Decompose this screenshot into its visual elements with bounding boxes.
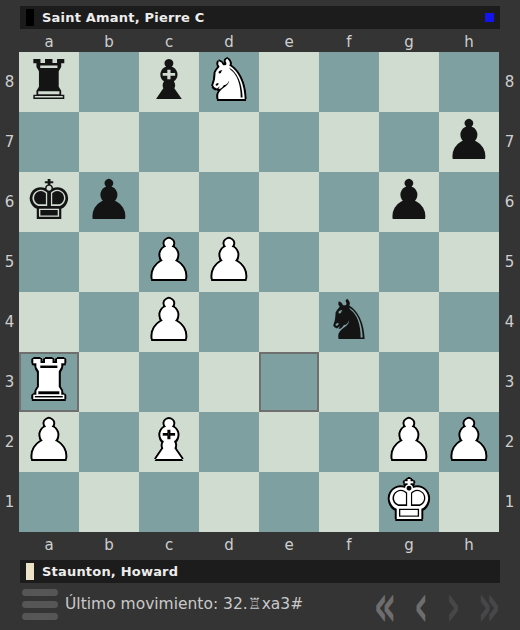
rank-label-5: 5 — [0, 232, 19, 292]
square-b6[interactable]: ♟ — [79, 172, 139, 232]
rank-label-1: 1 — [0, 472, 19, 532]
rank-label-4: 4 — [499, 292, 520, 352]
square-g5[interactable] — [379, 232, 439, 292]
square-a2[interactable]: ♟ — [19, 412, 79, 472]
black-pawn[interactable]: ♟ — [384, 170, 433, 230]
rank-label-2: 2 — [0, 412, 19, 472]
square-f6[interactable] — [319, 172, 379, 232]
file-label-h: h — [439, 534, 499, 556]
square-a4[interactable] — [19, 292, 79, 352]
square-f2[interactable] — [319, 412, 379, 472]
square-g3[interactable] — [379, 352, 439, 412]
board: ♜♝♞♟♚♟♟♟♟♟♞♜♟♝♟♟♚ — [19, 52, 499, 532]
square-a5[interactable] — [19, 232, 79, 292]
rank-label-2: 2 — [499, 412, 520, 472]
nav-previous-move-button[interactable]: ‹ — [409, 573, 432, 630]
file-labels-top: abcdefgh — [19, 31, 499, 53]
white-king[interactable]: ♚ — [384, 470, 433, 530]
top-player-name: Saint Amant, Pierre C — [42, 10, 205, 25]
white-pawn[interactable]: ♟ — [24, 410, 73, 470]
rank-label-8: 8 — [499, 52, 520, 112]
file-label-g: g — [379, 31, 439, 53]
file-label-a: a — [19, 534, 79, 556]
square-b8[interactable] — [79, 52, 139, 112]
hamburger-menu-icon[interactable] — [22, 589, 58, 620]
rank-label-3: 3 — [499, 352, 520, 412]
status-bar: Último movimiento: 32.♖xa3# «‹›» — [0, 584, 520, 626]
white-bishop[interactable]: ♝ — [144, 410, 193, 470]
rank-label-4: 4 — [0, 292, 19, 352]
square-e7[interactable] — [259, 112, 319, 172]
square-e5[interactable] — [259, 232, 319, 292]
square-c1[interactable] — [139, 472, 199, 532]
black-knight[interactable]: ♞ — [324, 290, 373, 350]
square-d4[interactable] — [199, 292, 259, 352]
nav-last-move-button[interactable]: » — [473, 573, 504, 630]
square-b2[interactable] — [79, 412, 139, 472]
square-e1[interactable] — [259, 472, 319, 532]
white-pawn[interactable]: ♟ — [144, 290, 193, 350]
square-h8[interactable] — [439, 52, 499, 112]
file-label-e: e — [259, 534, 319, 556]
square-c3[interactable] — [139, 352, 199, 412]
square-d7[interactable] — [199, 112, 259, 172]
square-b4[interactable] — [79, 292, 139, 352]
square-d1[interactable] — [199, 472, 259, 532]
nav-first-move-button[interactable]: « — [369, 573, 400, 630]
rank-label-5: 5 — [499, 232, 520, 292]
nav-next-move-button[interactable]: › — [441, 573, 464, 630]
black-color-indicator — [26, 9, 34, 26]
chess-app: Saint Amant, Pierre C abcdefgh 87654321 … — [0, 0, 520, 630]
file-label-g: g — [379, 534, 439, 556]
white-pawn[interactable]: ♟ — [144, 230, 193, 290]
square-b1[interactable] — [79, 472, 139, 532]
move-navigation: «‹›» — [370, 584, 504, 624]
file-label-d: d — [199, 534, 259, 556]
square-a1[interactable] — [19, 472, 79, 532]
square-c2[interactable]: ♝ — [139, 412, 199, 472]
rank-label-1: 1 — [499, 472, 520, 532]
square-g8[interactable] — [379, 52, 439, 112]
square-g6[interactable]: ♟ — [379, 172, 439, 232]
square-h4[interactable] — [439, 292, 499, 352]
square-h3[interactable] — [439, 352, 499, 412]
square-b3[interactable] — [79, 352, 139, 412]
square-d2[interactable] — [199, 412, 259, 472]
file-label-f: f — [319, 534, 379, 556]
black-bishop[interactable]: ♝ — [144, 50, 193, 110]
rank-label-7: 7 — [499, 112, 520, 172]
square-a7[interactable] — [19, 112, 79, 172]
file-label-e: e — [259, 31, 319, 53]
black-king[interactable]: ♚ — [24, 170, 73, 230]
square-g1[interactable]: ♚ — [379, 472, 439, 532]
square-g2[interactable]: ♟ — [379, 412, 439, 472]
file-label-f: f — [319, 31, 379, 53]
square-c7[interactable] — [139, 112, 199, 172]
square-f4[interactable]: ♞ — [319, 292, 379, 352]
file-label-b: b — [79, 534, 139, 556]
square-f8[interactable] — [319, 52, 379, 112]
rank-labels-left: 87654321 — [0, 52, 19, 532]
black-pawn[interactable]: ♟ — [444, 110, 493, 170]
square-a8[interactable]: ♜ — [19, 52, 79, 112]
file-labels-bottom: abcdefgh — [19, 534, 499, 556]
white-pawn[interactable]: ♟ — [444, 410, 493, 470]
square-f7[interactable] — [319, 112, 379, 172]
rank-label-6: 6 — [0, 172, 19, 232]
black-pawn[interactable]: ♟ — [84, 170, 133, 230]
square-c6[interactable] — [139, 172, 199, 232]
white-pawn[interactable]: ♟ — [204, 230, 253, 290]
top-player-bar: Saint Amant, Pierre C — [20, 6, 500, 29]
square-h2[interactable]: ♟ — [439, 412, 499, 472]
square-c4[interactable]: ♟ — [139, 292, 199, 352]
white-rook[interactable]: ♜ — [24, 350, 73, 410]
square-c8[interactable]: ♝ — [139, 52, 199, 112]
square-g7[interactable] — [379, 112, 439, 172]
square-d3[interactable] — [199, 352, 259, 412]
white-pawn[interactable]: ♟ — [384, 410, 433, 470]
square-f3[interactable] — [319, 352, 379, 412]
square-d6[interactable] — [199, 172, 259, 232]
rank-label-3: 3 — [0, 352, 19, 412]
square-e8[interactable] — [259, 52, 319, 112]
square-b7[interactable] — [79, 112, 139, 172]
file-label-c: c — [139, 534, 199, 556]
square-e2[interactable] — [259, 412, 319, 472]
square-e4[interactable] — [259, 292, 319, 352]
square-d5[interactable]: ♟ — [199, 232, 259, 292]
square-f1[interactable] — [319, 472, 379, 532]
file-label-b: b — [79, 31, 139, 53]
white-knight[interactable]: ♞ — [204, 50, 253, 110]
square-e6[interactable] — [259, 172, 319, 232]
turn-status-square — [485, 13, 494, 22]
square-h7[interactable]: ♟ — [439, 112, 499, 172]
square-c5[interactable]: ♟ — [139, 232, 199, 292]
square-a6[interactable]: ♚ — [19, 172, 79, 232]
square-g4[interactable] — [379, 292, 439, 352]
square-h6[interactable] — [439, 172, 499, 232]
square-a3[interactable]: ♜ — [19, 352, 79, 412]
black-rook[interactable]: ♜ — [24, 50, 73, 110]
square-d8[interactable]: ♞ — [199, 52, 259, 112]
bottom-player-name: Staunton, Howard — [42, 564, 178, 579]
square-h1[interactable] — [439, 472, 499, 532]
white-color-indicator — [26, 563, 34, 580]
rank-label-7: 7 — [0, 112, 19, 172]
rank-label-8: 8 — [0, 52, 19, 112]
rank-label-6: 6 — [499, 172, 520, 232]
last-move-text: Último movimiento: 32.♖xa3# — [65, 584, 303, 624]
square-b5[interactable] — [79, 232, 139, 292]
square-e3[interactable] — [259, 352, 319, 412]
square-h5[interactable] — [439, 232, 499, 292]
file-label-h: h — [439, 31, 499, 53]
square-f5[interactable] — [319, 232, 379, 292]
rank-labels-right: 87654321 — [499, 52, 520, 532]
